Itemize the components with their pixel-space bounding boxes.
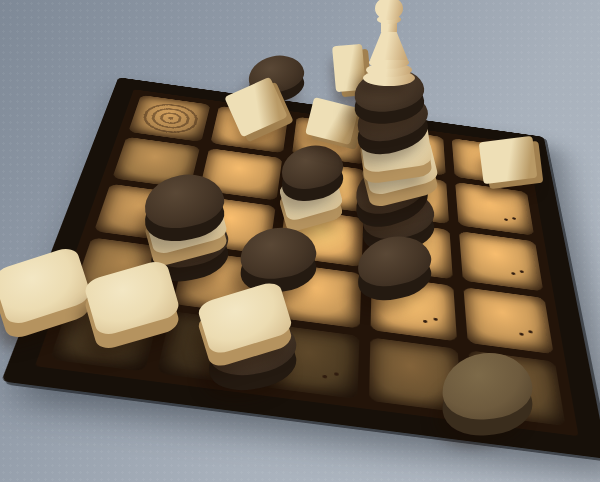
- piece-b2-light-flat[interactable]: [89, 269, 175, 341]
- piece-d3-dark-flat[interactable]: [357, 237, 431, 299]
- piece-a2-light-flat[interactable]: [0, 257, 86, 329]
- piece-c4-dark-flat[interactable]: [281, 146, 343, 200]
- pieces-layer: [0, 0, 600, 482]
- piece-e5-light-wall[interactable]: [481, 139, 535, 181]
- desk-background: [0, 0, 600, 482]
- piece-e2-dark-flat[interactable]: [442, 353, 532, 435]
- wall-face: [479, 136, 538, 184]
- piece-b3-dark-flat[interactable]: [144, 175, 224, 240]
- piece-d4-light-capstone[interactable]: [361, 0, 417, 86]
- piece-c4-light-wall[interactable]: [309, 102, 355, 140]
- piece-c3-dark-flat[interactable]: [240, 228, 316, 292]
- piece-b4-light-wall[interactable]: [231, 85, 281, 129]
- cap-bell: [370, 30, 408, 60]
- piece-c2-light-flat[interactable]: [202, 291, 288, 358]
